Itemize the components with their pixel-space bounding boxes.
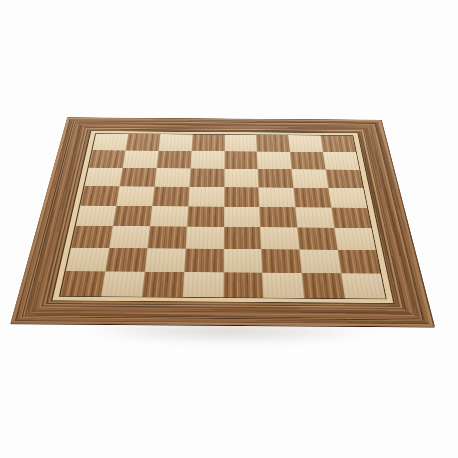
square-g6 (292, 169, 329, 188)
square-a2 (66, 248, 109, 272)
square-b6 (119, 168, 156, 187)
square-d4 (187, 206, 224, 227)
square-h4 (331, 207, 371, 228)
square-c4 (150, 206, 188, 227)
perspective-scene (0, 0, 458, 458)
square-d3 (185, 227, 223, 249)
square-f5 (259, 187, 296, 207)
square-c6 (154, 168, 190, 187)
square-a3 (71, 226, 113, 248)
square-b2 (105, 248, 147, 272)
square-g4 (295, 207, 334, 228)
square-b1 (101, 272, 145, 297)
square-e1 (223, 272, 264, 297)
square-f1 (262, 273, 304, 298)
square-a6 (84, 168, 122, 187)
square-f2 (261, 249, 301, 273)
square-a4 (76, 205, 116, 226)
square-c2 (144, 248, 185, 272)
playing-field (59, 133, 387, 299)
square-h5 (328, 188, 367, 208)
square-b4 (113, 206, 152, 227)
square-e4 (223, 206, 260, 227)
square-c3 (147, 227, 186, 249)
board-front-edge (11, 323, 435, 339)
product-photo (0, 0, 458, 458)
square-d8 (191, 135, 224, 152)
square-h1 (341, 273, 385, 298)
square-h3 (334, 228, 375, 250)
square-d1 (182, 272, 223, 297)
square-h8 (321, 136, 356, 153)
square-g3 (297, 228, 337, 250)
square-g7 (290, 152, 326, 170)
square-c5 (152, 186, 189, 206)
camera-tilt (0, 0, 458, 458)
square-b5 (116, 186, 154, 206)
square-c1 (142, 272, 184, 297)
square-a5 (80, 186, 119, 206)
square-d2 (184, 249, 224, 273)
square-g1 (302, 273, 345, 298)
square-g8 (288, 135, 323, 152)
square-f6 (258, 169, 294, 188)
square-a1 (60, 271, 105, 296)
square-d7 (190, 151, 224, 169)
square-c8 (158, 134, 192, 151)
square-f7 (257, 151, 292, 169)
square-h7 (323, 152, 359, 170)
square-e3 (223, 227, 261, 249)
square-e7 (224, 151, 258, 169)
square-a7 (89, 150, 126, 168)
square-b3 (109, 226, 150, 248)
square-b7 (122, 150, 158, 168)
square-h6 (326, 169, 364, 188)
chessboard (11, 117, 435, 326)
square-f8 (256, 135, 290, 152)
square-d5 (188, 187, 224, 207)
square-f4 (260, 207, 298, 228)
square-g2 (300, 250, 342, 274)
square-e2 (223, 249, 262, 273)
square-h2 (338, 250, 381, 274)
square-c7 (156, 151, 191, 169)
square-e6 (224, 169, 259, 188)
square-a8 (92, 134, 128, 151)
square-e5 (224, 187, 260, 207)
square-d6 (189, 168, 224, 187)
square-e8 (224, 135, 257, 152)
square-g5 (294, 188, 332, 208)
square-f3 (260, 227, 299, 249)
square-b8 (125, 134, 160, 151)
